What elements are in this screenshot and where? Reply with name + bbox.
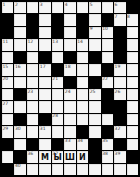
clue-number: 20 bbox=[3, 77, 9, 82]
cell-6-3[interactable] bbox=[39, 77, 50, 88]
black-cell-2-4 bbox=[52, 27, 63, 38]
cell-12-5[interactable]: Ш bbox=[64, 151, 75, 162]
clue-number: 19 bbox=[115, 64, 121, 69]
cell-1-5[interactable] bbox=[64, 14, 75, 25]
cell-6-10[interactable] bbox=[127, 77, 138, 88]
black-cell-1-4 bbox=[52, 14, 63, 25]
cell-3-3[interactable] bbox=[39, 39, 50, 50]
black-cell-2-9 bbox=[114, 27, 125, 38]
cell-6-8[interactable]: 22 bbox=[102, 77, 113, 88]
cell-5-6[interactable] bbox=[77, 64, 88, 75]
black-cell-2-6 bbox=[77, 27, 88, 38]
clue-number: 29 bbox=[3, 126, 9, 131]
black-cell-10-8 bbox=[102, 126, 113, 137]
cell-2-3[interactable] bbox=[39, 27, 50, 38]
black-cell-1-0 bbox=[2, 14, 13, 25]
cell-7-0[interactable] bbox=[2, 89, 13, 100]
clue-number: 15 bbox=[3, 64, 9, 69]
cell-10-0[interactable]: 29 bbox=[2, 126, 13, 137]
cell-0-8[interactable] bbox=[102, 2, 113, 13]
cell-13-3[interactable] bbox=[39, 164, 50, 175]
cell-12-6[interactable]: И bbox=[77, 151, 88, 162]
cell-8-7[interactable] bbox=[89, 101, 100, 112]
cell-3-5[interactable] bbox=[64, 39, 75, 50]
cell-0-7[interactable]: 5 bbox=[89, 2, 100, 13]
cell-6-0[interactable]: 20 bbox=[2, 77, 13, 88]
cell-0-2[interactable] bbox=[27, 2, 38, 13]
black-cell-8-9 bbox=[114, 101, 125, 112]
cell-7-10[interactable] bbox=[127, 89, 138, 100]
cell-8-6[interactable] bbox=[77, 101, 88, 112]
black-cell-11-2 bbox=[27, 139, 38, 150]
black-cell-2-2 bbox=[27, 27, 38, 38]
clue-number: 8 bbox=[127, 14, 130, 19]
cell-7-9[interactable]: 26 bbox=[114, 89, 125, 100]
black-cell-4-3 bbox=[39, 52, 50, 63]
cell-11-8[interactable]: 35 bbox=[102, 139, 113, 150]
clue-number: 32 bbox=[115, 126, 121, 131]
cell-2-10[interactable] bbox=[127, 27, 138, 38]
cell-8-5[interactable] bbox=[64, 101, 75, 112]
cell-5-5[interactable]: 18 bbox=[64, 64, 75, 75]
clue-number: 4 bbox=[65, 2, 68, 7]
cell-6-2[interactable] bbox=[27, 77, 38, 88]
cell-5-10[interactable] bbox=[127, 64, 138, 75]
cell-9-6[interactable] bbox=[77, 114, 88, 125]
clue-number: 28 bbox=[52, 114, 58, 119]
cell-11-5[interactable]: 33 bbox=[64, 139, 75, 150]
black-cell-1-2 bbox=[27, 14, 38, 25]
cell-12-0[interactable] bbox=[2, 151, 13, 162]
cell-0-4[interactable] bbox=[52, 2, 63, 13]
cell-7-5[interactable]: 24 bbox=[64, 89, 75, 100]
clue-number: 34 bbox=[77, 139, 83, 144]
clue-number: 5 bbox=[90, 2, 93, 7]
cell-10-2[interactable] bbox=[27, 126, 38, 137]
cell-4-2[interactable] bbox=[27, 52, 38, 63]
clue-number: 36 bbox=[27, 151, 33, 156]
black-cell-9-1 bbox=[14, 114, 25, 125]
cell-6-4[interactable]: 21 bbox=[52, 77, 63, 88]
black-cell-12-7 bbox=[89, 151, 100, 162]
cell-6-1[interactable] bbox=[14, 77, 25, 88]
cell-10-1[interactable]: 30 bbox=[14, 126, 25, 137]
cell-7-6[interactable] bbox=[77, 89, 88, 100]
black-cell-10-6 bbox=[77, 126, 88, 137]
cell-4-8[interactable] bbox=[102, 52, 113, 63]
black-cell-11-0 bbox=[2, 139, 13, 150]
black-cell-9-3 bbox=[39, 114, 50, 125]
black-cell-12-1 bbox=[14, 151, 25, 162]
cell-9-5[interactable] bbox=[64, 114, 75, 125]
clue-number: 33 bbox=[65, 139, 71, 144]
cell-5-9[interactable]: 19 bbox=[114, 64, 125, 75]
cell-13-8[interactable] bbox=[102, 164, 113, 175]
black-cell-4-9 bbox=[114, 52, 125, 63]
black-cell-7-1 bbox=[14, 89, 25, 100]
clue-number: 31 bbox=[40, 126, 46, 131]
clue-number: 11 bbox=[3, 39, 9, 44]
black-cell-11-4 bbox=[52, 139, 63, 150]
cell-2-5[interactable] bbox=[64, 27, 75, 38]
clue-number: 14 bbox=[77, 39, 83, 44]
black-cell-13-0 bbox=[2, 164, 13, 175]
cell-7-7[interactable]: 25 bbox=[89, 89, 100, 100]
cell-10-4[interactable] bbox=[52, 126, 63, 137]
cell-7-3[interactable] bbox=[39, 89, 50, 100]
black-cell-6-5 bbox=[64, 77, 75, 88]
black-cell-7-8 bbox=[102, 89, 113, 100]
cell-0-0[interactable]: 1 bbox=[2, 2, 13, 13]
black-cell-1-6 bbox=[77, 14, 88, 25]
clue-number: 17 bbox=[40, 64, 46, 69]
cell-12-8[interactable]: 38 bbox=[102, 151, 113, 162]
black-cell-6-7 bbox=[89, 77, 100, 88]
cell-8-2[interactable] bbox=[27, 101, 38, 112]
cell-13-9[interactable] bbox=[114, 164, 125, 175]
cell-13-10[interactable] bbox=[127, 164, 138, 175]
cell-13-7[interactable] bbox=[89, 164, 100, 175]
black-cell-12-10 bbox=[127, 151, 138, 162]
cell-6-9[interactable] bbox=[114, 77, 125, 88]
clue-number: 25 bbox=[90, 89, 96, 94]
cell-9-8[interactable] bbox=[102, 114, 113, 125]
clue-number: 26 bbox=[115, 89, 121, 94]
cell-5-7[interactable] bbox=[89, 64, 100, 75]
cell-8-10[interactable] bbox=[127, 101, 138, 112]
cell-10-9[interactable]: 32 bbox=[114, 126, 125, 137]
cell-2-8[interactable]: 10 bbox=[102, 27, 113, 38]
black-cell-5-4 bbox=[52, 64, 63, 75]
cell-12-9[interactable]: 39 bbox=[114, 151, 125, 162]
cell-2-7[interactable]: 9 bbox=[89, 27, 100, 38]
cell-3-0[interactable]: 11 bbox=[2, 39, 13, 50]
cell-5-1[interactable]: 16 bbox=[14, 64, 25, 75]
cell-10-3[interactable]: 31 bbox=[39, 126, 50, 137]
black-cell-11-7 bbox=[89, 139, 100, 150]
cell-0-9[interactable]: 6 bbox=[114, 2, 125, 13]
cell-9-10[interactable] bbox=[127, 114, 138, 125]
black-cell-4-7 bbox=[89, 52, 100, 63]
cell-11-3[interactable] bbox=[39, 139, 50, 150]
cell-8-0[interactable]: 27 bbox=[2, 101, 13, 112]
cell-3-7[interactable] bbox=[89, 39, 100, 50]
clue-number: 27 bbox=[3, 101, 9, 106]
cell-3-6[interactable]: 14 bbox=[77, 39, 88, 50]
cell-4-0[interactable] bbox=[2, 52, 13, 63]
cell-10-5[interactable] bbox=[64, 126, 75, 137]
clue-number: 12 bbox=[27, 39, 33, 44]
cell-4-10[interactable] bbox=[127, 52, 138, 63]
cell-1-10[interactable]: 8 bbox=[127, 14, 138, 25]
cell-5-3[interactable]: 17 bbox=[39, 64, 50, 75]
cell-1-3[interactable] bbox=[39, 14, 50, 25]
clue-number: 18 bbox=[65, 64, 71, 69]
clue-number: 13 bbox=[52, 39, 58, 44]
black-cell-1-8 bbox=[102, 14, 113, 25]
cell-13-2[interactable] bbox=[27, 164, 38, 175]
black-cell-2-0 bbox=[2, 27, 13, 38]
clue-number: 35 bbox=[102, 139, 108, 144]
cell-0-6[interactable] bbox=[77, 2, 88, 13]
cell-12-4[interactable]: 37Ы bbox=[52, 151, 63, 162]
cell-11-1[interactable] bbox=[14, 139, 25, 150]
cell-12-3[interactable]: М bbox=[39, 151, 50, 162]
black-cell-0-10 bbox=[127, 2, 138, 13]
cell-11-6[interactable]: 34 bbox=[77, 139, 88, 150]
cell-9-2[interactable] bbox=[27, 114, 38, 125]
prefilled-letter: Ы bbox=[52, 152, 63, 162]
clue-number: 3 bbox=[40, 2, 43, 7]
black-cell-9-9 bbox=[114, 114, 125, 125]
cell-4-4[interactable] bbox=[52, 52, 63, 63]
cell-13-1[interactable]: 40 bbox=[14, 164, 25, 175]
cell-7-4[interactable] bbox=[52, 89, 63, 100]
clue-number: 30 bbox=[15, 126, 21, 131]
cell-3-4[interactable]: 13 bbox=[52, 39, 63, 50]
clue-number: 7 bbox=[115, 14, 118, 19]
cell-7-2[interactable]: 23 bbox=[27, 89, 38, 100]
cell-9-0[interactable] bbox=[2, 114, 13, 125]
clue-number: 22 bbox=[102, 77, 108, 82]
cell-8-3[interactable] bbox=[39, 101, 50, 112]
cell-13-5[interactable] bbox=[64, 164, 75, 175]
black-cell-5-8 bbox=[102, 64, 113, 75]
cell-0-5[interactable]: 4 bbox=[64, 2, 75, 13]
cell-6-6[interactable] bbox=[77, 77, 88, 88]
cell-5-0[interactable]: 15 bbox=[2, 64, 13, 75]
black-cell-4-5 bbox=[64, 52, 75, 63]
clue-number: 2 bbox=[15, 2, 18, 7]
black-cell-11-9 bbox=[114, 139, 125, 150]
clue-number: 10 bbox=[102, 27, 108, 32]
clue-number: 21 bbox=[52, 77, 58, 82]
cell-9-4[interactable]: 28 bbox=[52, 114, 63, 125]
cell-9-7[interactable] bbox=[89, 114, 100, 125]
cell-4-6[interactable] bbox=[77, 52, 88, 63]
cell-13-4[interactable] bbox=[52, 164, 63, 175]
cell-3-2[interactable]: 12 bbox=[27, 39, 38, 50]
cell-10-10[interactable] bbox=[127, 126, 138, 137]
cell-0-1[interactable]: 2 bbox=[14, 2, 25, 13]
cell-10-7[interactable] bbox=[89, 126, 100, 137]
cell-1-1[interactable] bbox=[14, 14, 25, 25]
cell-3-10[interactable] bbox=[127, 39, 138, 50]
clue-number: 40 bbox=[15, 164, 21, 169]
black-cell-3-9 bbox=[114, 39, 125, 50]
clue-number: 1 bbox=[3, 2, 6, 7]
crossword-grid: 1234567891011121314151617181920212223242… bbox=[0, 0, 140, 177]
prefilled-letter: М bbox=[39, 152, 50, 162]
crossword-page: 1234567891011121314151617181920212223242… bbox=[0, 0, 140, 177]
clue-number: 16 bbox=[15, 64, 21, 69]
clue-number: 38 bbox=[102, 151, 108, 156]
black-cell-8-8 bbox=[102, 101, 113, 112]
cell-2-1[interactable] bbox=[14, 27, 25, 38]
clue-number: 6 bbox=[115, 2, 118, 7]
cell-5-2[interactable] bbox=[27, 64, 38, 75]
clue-number: 9 bbox=[90, 27, 93, 32]
cell-12-2[interactable]: 36 bbox=[27, 151, 38, 162]
cell-1-9[interactable]: 7 bbox=[114, 14, 125, 25]
prefilled-letter: Ш bbox=[64, 152, 75, 162]
cell-11-10[interactable] bbox=[127, 139, 138, 150]
cell-3-1[interactable] bbox=[14, 39, 25, 50]
black-cell-4-1 bbox=[14, 52, 25, 63]
cell-13-6[interactable] bbox=[77, 164, 88, 175]
cell-8-1[interactable] bbox=[14, 101, 25, 112]
clue-number: 39 bbox=[115, 151, 121, 156]
cell-0-3[interactable]: 3 bbox=[39, 2, 50, 13]
cell-8-4[interactable] bbox=[52, 101, 63, 112]
clue-number: 23 bbox=[27, 89, 33, 94]
cell-1-7[interactable] bbox=[89, 14, 100, 25]
prefilled-letter: И bbox=[77, 152, 88, 162]
clue-number: 24 bbox=[65, 89, 71, 94]
cell-3-8[interactable] bbox=[102, 39, 113, 50]
